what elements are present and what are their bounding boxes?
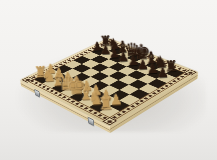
square-g5	[128, 79, 147, 89]
square-f3	[99, 85, 119, 95]
square-f5	[119, 75, 138, 84]
square-c2	[62, 78, 81, 87]
square-g6	[138, 74, 157, 83]
square-g2	[99, 95, 119, 106]
corner-medallion-icon	[22, 76, 35, 82]
square-f4	[109, 80, 128, 90]
square-d3	[81, 77, 100, 86]
square-c1	[51, 83, 70, 93]
square-h5	[139, 84, 159, 94]
square-e2	[80, 86, 100, 96]
square-h1	[99, 106, 120, 117]
square-h2	[109, 100, 130, 111]
square-h4	[129, 89, 149, 99]
square-b1	[43, 78, 62, 87]
square-e3	[90, 81, 109, 91]
square-h6	[148, 79, 167, 89]
square-g3	[109, 90, 129, 100]
square-f1	[79, 96, 99, 107]
square-g4	[119, 85, 139, 95]
square-e4	[100, 76, 119, 85]
square-h7	[157, 74, 176, 83]
square-e1	[70, 92, 90, 102]
square-d1	[60, 87, 80, 97]
photo-backdrop: ♜♞♝♛♚♝♞♜♟♟♟♟♟♟♟♟♟♟♟♟♟♟♟♟♜♞♝♛♚♝♞♜	[0, 0, 217, 160]
square-h3	[120, 94, 140, 105]
square-d2	[71, 82, 90, 92]
square-g1	[89, 101, 110, 112]
square-f2	[89, 91, 109, 101]
